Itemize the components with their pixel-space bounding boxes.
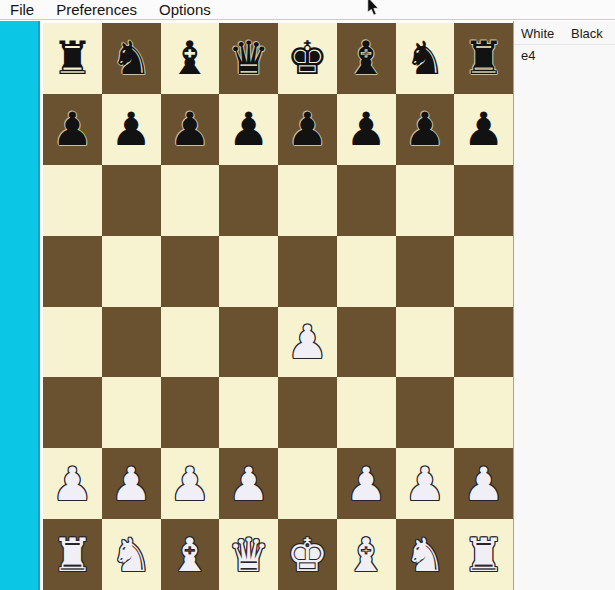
square-a2[interactable]: ♟: [43, 448, 102, 519]
square-h4[interactable]: [454, 307, 513, 378]
square-b5[interactable]: [102, 236, 161, 307]
square-b8[interactable]: ♞: [102, 23, 161, 94]
square-g6[interactable]: [396, 165, 455, 236]
mouse-cursor: [366, 0, 380, 16]
square-a3[interactable]: [43, 377, 102, 448]
square-a1[interactable]: ♜: [43, 519, 102, 590]
square-h8[interactable]: ♜: [454, 23, 513, 94]
square-e2[interactable]: [278, 448, 337, 519]
piece-black-pawn[interactable]: ♟: [169, 106, 210, 152]
square-c5[interactable]: [161, 236, 220, 307]
square-d3[interactable]: [219, 377, 278, 448]
piece-white-knight[interactable]: ♞: [404, 532, 445, 578]
piece-white-bishop[interactable]: ♝: [346, 532, 387, 578]
square-e3[interactable]: [278, 377, 337, 448]
piece-black-queen[interactable]: ♛: [228, 35, 269, 81]
menu-bar: File Preferences Options: [0, 0, 615, 20]
square-h2[interactable]: ♟: [454, 448, 513, 519]
piece-black-pawn[interactable]: ♟: [346, 106, 387, 152]
square-b6[interactable]: [102, 165, 161, 236]
menu-preferences[interactable]: Preferences: [56, 1, 137, 18]
move-list-header-white: White: [521, 26, 571, 41]
square-f7[interactable]: ♟: [337, 94, 396, 165]
square-d4[interactable]: [219, 307, 278, 378]
piece-black-pawn[interactable]: ♟: [228, 106, 269, 152]
square-e4[interactable]: ♟: [278, 307, 337, 378]
square-h6[interactable]: [454, 165, 513, 236]
square-g3[interactable]: [396, 377, 455, 448]
piece-white-rook[interactable]: ♜: [463, 532, 504, 578]
square-e7[interactable]: ♟: [278, 94, 337, 165]
menu-file[interactable]: File: [10, 1, 34, 18]
square-d5[interactable]: [219, 236, 278, 307]
move-list-header: White Black: [514, 21, 615, 45]
piece-white-queen[interactable]: ♛: [228, 532, 269, 578]
piece-black-pawn[interactable]: ♟: [404, 106, 445, 152]
piece-white-pawn[interactable]: ♟: [228, 461, 269, 507]
square-g2[interactable]: ♟: [396, 448, 455, 519]
move-list-panel: White Black e4: [513, 21, 615, 590]
piece-white-pawn[interactable]: ♟: [346, 461, 387, 507]
square-h1[interactable]: ♜: [454, 519, 513, 590]
square-g8[interactable]: ♞: [396, 23, 455, 94]
square-h7[interactable]: ♟: [454, 94, 513, 165]
square-f3[interactable]: [337, 377, 396, 448]
piece-black-bishop[interactable]: ♝: [169, 35, 210, 81]
square-g7[interactable]: ♟: [396, 94, 455, 165]
piece-black-pawn[interactable]: ♟: [111, 106, 152, 152]
piece-white-pawn[interactable]: ♟: [404, 461, 445, 507]
piece-white-rook[interactable]: ♜: [52, 532, 93, 578]
piece-white-pawn[interactable]: ♟: [52, 461, 93, 507]
menu-options[interactable]: Options: [159, 1, 211, 18]
square-e6[interactable]: [278, 165, 337, 236]
piece-white-bishop[interactable]: ♝: [169, 532, 210, 578]
piece-white-king[interactable]: ♚: [287, 532, 328, 578]
square-a5[interactable]: [43, 236, 102, 307]
square-c7[interactable]: ♟: [161, 94, 220, 165]
piece-black-pawn[interactable]: ♟: [287, 106, 328, 152]
chess-board: ♜♞♝♛♚♝♞♜♟♟♟♟♟♟♟♟♟♟♟♟♟♟♟♟♜♞♝♛♚♝♞♜: [43, 23, 513, 590]
piece-black-knight[interactable]: ♞: [404, 35, 445, 81]
piece-black-knight[interactable]: ♞: [111, 35, 152, 81]
square-a6[interactable]: [43, 165, 102, 236]
piece-white-knight[interactable]: ♞: [111, 532, 152, 578]
square-c2[interactable]: ♟: [161, 448, 220, 519]
move-black-1[interactable]: [571, 48, 615, 63]
square-d2[interactable]: ♟: [219, 448, 278, 519]
square-e8[interactable]: ♚: [278, 23, 337, 94]
piece-white-pawn[interactable]: ♟: [463, 461, 504, 507]
square-a7[interactable]: ♟: [43, 94, 102, 165]
left-sidebar: [0, 21, 40, 590]
piece-black-rook[interactable]: ♜: [52, 35, 93, 81]
square-a8[interactable]: ♜: [43, 23, 102, 94]
square-d8[interactable]: ♛: [219, 23, 278, 94]
square-c8[interactable]: ♝: [161, 23, 220, 94]
square-c6[interactable]: [161, 165, 220, 236]
square-g4[interactable]: [396, 307, 455, 378]
piece-white-pawn[interactable]: ♟: [287, 319, 328, 365]
square-a4[interactable]: [43, 307, 102, 378]
move-list-header-black: Black: [571, 26, 615, 41]
piece-white-pawn[interactable]: ♟: [111, 461, 152, 507]
square-d7[interactable]: ♟: [219, 94, 278, 165]
square-b4[interactable]: [102, 307, 161, 378]
square-f1[interactable]: ♝: [337, 519, 396, 590]
square-c3[interactable]: [161, 377, 220, 448]
chess-app-window: File Preferences Options ♜♞♝♛♚♝♞♜♟♟♟♟♟♟♟…: [0, 0, 615, 590]
move-list-row: e4: [514, 45, 615, 63]
square-h3[interactable]: [454, 377, 513, 448]
square-f8[interactable]: ♝: [337, 23, 396, 94]
piece-white-pawn[interactable]: ♟: [169, 461, 210, 507]
square-f5[interactable]: [337, 236, 396, 307]
square-f2[interactable]: ♟: [337, 448, 396, 519]
move-white-1[interactable]: e4: [521, 48, 571, 63]
square-b3[interactable]: [102, 377, 161, 448]
square-g1[interactable]: ♞: [396, 519, 455, 590]
square-d1[interactable]: ♛: [219, 519, 278, 590]
piece-black-bishop[interactable]: ♝: [346, 35, 387, 81]
square-c1[interactable]: ♝: [161, 519, 220, 590]
square-g5[interactable]: [396, 236, 455, 307]
square-b2[interactable]: ♟: [102, 448, 161, 519]
square-e1[interactable]: ♚: [278, 519, 337, 590]
square-f4[interactable]: [337, 307, 396, 378]
square-b1[interactable]: ♞: [102, 519, 161, 590]
piece-black-rook[interactable]: ♜: [463, 35, 504, 81]
square-c4[interactable]: [161, 307, 220, 378]
piece-black-pawn[interactable]: ♟: [52, 106, 93, 152]
piece-black-king[interactable]: ♚: [287, 35, 328, 81]
piece-black-pawn[interactable]: ♟: [463, 106, 504, 152]
square-e5[interactable]: [278, 236, 337, 307]
square-h5[interactable]: [454, 236, 513, 307]
square-f6[interactable]: [337, 165, 396, 236]
square-d6[interactable]: [219, 165, 278, 236]
square-b7[interactable]: ♟: [102, 94, 161, 165]
